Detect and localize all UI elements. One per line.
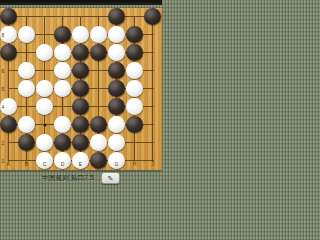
black-stone xyxy=(108,80,125,97)
black-stone xyxy=(72,62,89,79)
white-stone xyxy=(90,134,107,151)
column-label: F xyxy=(97,162,100,167)
black-stone xyxy=(126,26,143,43)
white-stone xyxy=(108,134,125,151)
white-stone xyxy=(108,116,125,133)
rules-komi-text: 中国规则 贴目7.5 xyxy=(42,174,94,183)
row-label: 9 xyxy=(2,14,5,19)
row-label: 4 xyxy=(2,104,5,109)
black-stone xyxy=(90,116,107,133)
white-stone xyxy=(90,26,107,43)
top-status-strip xyxy=(0,0,162,5)
white-stone xyxy=(54,44,71,61)
black-stone xyxy=(108,62,125,79)
row-label: 8 xyxy=(2,32,5,37)
white-stone xyxy=(54,80,71,97)
black-stone xyxy=(18,134,35,151)
black-stone xyxy=(72,98,89,115)
pencil-icon: ✎ xyxy=(107,175,113,182)
black-stone xyxy=(72,44,89,61)
status-bar: 中国规则 贴目7.5 ✎ xyxy=(0,172,162,184)
black-stone xyxy=(72,134,89,151)
white-stone xyxy=(108,26,125,43)
white-stone xyxy=(54,116,71,133)
column-label: E xyxy=(79,162,82,167)
white-stone xyxy=(126,80,143,97)
white-stone xyxy=(36,44,53,61)
white-stone xyxy=(18,116,35,133)
white-stone xyxy=(36,134,53,151)
black-stone xyxy=(144,8,161,25)
column-label: A xyxy=(7,162,10,167)
white-stone xyxy=(36,80,53,97)
column-label: C xyxy=(43,162,47,167)
white-stone xyxy=(18,80,35,97)
white-stone xyxy=(108,44,125,61)
white-stone xyxy=(54,62,71,79)
black-stone xyxy=(54,26,71,43)
black-stone xyxy=(54,134,71,151)
black-stone xyxy=(90,44,107,61)
row-label: 6 xyxy=(2,68,5,73)
column-label: J xyxy=(151,162,154,167)
row-label: 2 xyxy=(2,140,5,145)
white-stone xyxy=(18,62,35,79)
go-board[interactable]: 987654321ABCDEFGHJ xyxy=(0,8,162,170)
star-point xyxy=(43,123,46,126)
column-label: G xyxy=(115,162,119,167)
row-label: 7 xyxy=(2,50,5,55)
black-stone xyxy=(72,116,89,133)
black-stone xyxy=(126,44,143,61)
column-label: D xyxy=(61,162,65,167)
white-stone xyxy=(72,26,89,43)
black-stone xyxy=(72,80,89,97)
row-label: 1 xyxy=(2,158,5,163)
black-stone xyxy=(108,98,125,115)
white-stone xyxy=(126,98,143,115)
edit-button[interactable]: ✎ xyxy=(101,172,120,184)
white-stone xyxy=(36,98,53,115)
row-label: 5 xyxy=(2,86,5,91)
column-label: H xyxy=(133,162,137,167)
white-stone xyxy=(18,26,35,43)
row-label: 3 xyxy=(2,122,5,127)
column-label: B xyxy=(25,162,28,167)
black-stone xyxy=(126,116,143,133)
white-stone xyxy=(126,62,143,79)
black-stone xyxy=(108,8,125,25)
